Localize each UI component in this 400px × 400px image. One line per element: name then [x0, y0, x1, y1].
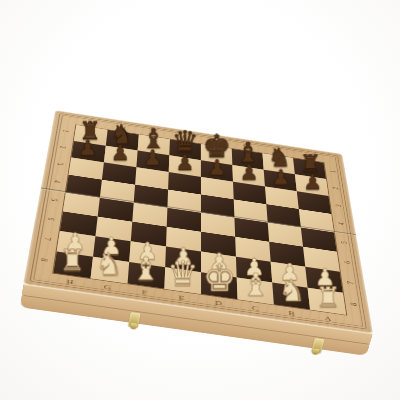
light-pawn: ♟ [279, 261, 300, 284]
square: ♟ [165, 246, 201, 272]
square: ♜ [308, 288, 346, 315]
light-pawn: ♟ [244, 256, 265, 279]
light-pawn: ♟ [173, 246, 194, 270]
chess-set-product-photo: 12345678 12345678 HGFEDCBA HGFEDCBA ♜♞♝♛… [0, 0, 400, 400]
brass-latch-left [128, 312, 141, 328]
light-pawn: ♟ [208, 251, 229, 274]
folding-chess-box: 12345678 12345678 HGFEDCBA HGFEDCBA ♜♞♝♛… [23, 110, 373, 333]
light-pawn: ♟ [137, 240, 158, 264]
light-pawn: ♟ [101, 235, 122, 259]
light-pawn: ♟ [315, 266, 336, 289]
board-frame: 12345678 12345678 HGFEDCBA HGFEDCBA ♜♞♝♛… [23, 110, 373, 333]
brass-latch-right [311, 338, 325, 354]
light-pawn: ♟ [64, 230, 85, 254]
square: ♚ [201, 272, 238, 299]
